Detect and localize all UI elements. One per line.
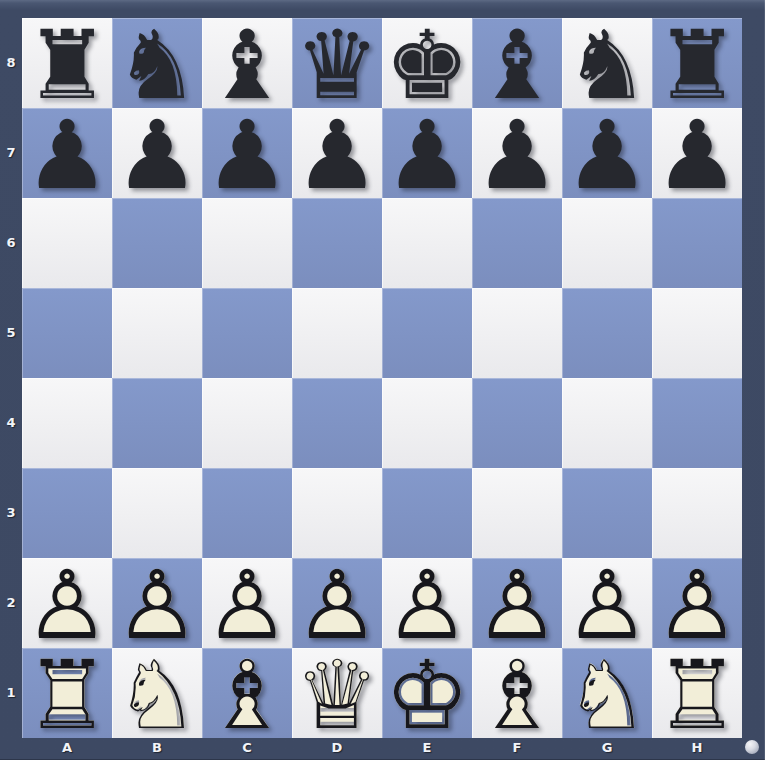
rank-label-8: 8 (0, 18, 22, 108)
piece-black-pawn[interactable]: ♟ (202, 108, 292, 198)
piece-black-pawn[interactable]: ♟ (22, 108, 112, 198)
black-pawn-icon: ♟ (652, 110, 742, 200)
square-d8[interactable]: ♛ (292, 18, 382, 108)
square-c2[interactable]: ♟♙ (202, 558, 292, 648)
square-e5[interactable] (382, 288, 472, 378)
piece-white-bishop[interactable]: ♝♗ (202, 648, 292, 738)
black-pawn-icon: ♟ (562, 110, 652, 200)
square-b4[interactable] (112, 378, 202, 468)
square-b7[interactable]: ♟ (112, 108, 202, 198)
square-b6[interactable] (112, 198, 202, 288)
piece-white-pawn[interactable]: ♟♙ (472, 558, 562, 648)
piece-white-pawn[interactable]: ♟♙ (382, 558, 472, 648)
piece-black-queen[interactable]: ♛ (292, 18, 382, 108)
file-label-d: D (292, 738, 382, 760)
piece-white-pawn[interactable]: ♟♙ (292, 558, 382, 648)
square-a1[interactable]: ♜♖ (22, 648, 112, 738)
square-d3[interactable] (292, 468, 382, 558)
black-pawn-icon: ♟ (112, 110, 202, 200)
white-bishop-outline-icon: ♗ (472, 650, 562, 740)
piece-black-knight[interactable]: ♞ (562, 18, 652, 108)
black-bishop-icon: ♝ (202, 20, 292, 110)
square-c5[interactable] (202, 288, 292, 378)
square-h7[interactable]: ♟ (652, 108, 742, 198)
resize-handle[interactable] (745, 740, 759, 754)
black-queen-icon: ♛ (292, 20, 382, 110)
piece-white-rook[interactable]: ♜♖ (22, 648, 112, 738)
square-g3[interactable] (562, 468, 652, 558)
white-pawn-outline-icon: ♙ (112, 560, 202, 650)
black-pawn-icon: ♟ (202, 110, 292, 200)
piece-white-bishop[interactable]: ♝♗ (472, 648, 562, 738)
square-b1[interactable]: ♞♘ (112, 648, 202, 738)
square-e8[interactable]: ♚ (382, 18, 472, 108)
square-g8[interactable]: ♞ (562, 18, 652, 108)
piece-white-knight[interactable]: ♞♘ (112, 648, 202, 738)
piece-black-pawn[interactable]: ♟ (292, 108, 382, 198)
white-queen-outline-icon: ♕ (292, 650, 382, 740)
piece-white-pawn[interactable]: ♟♙ (652, 558, 742, 648)
square-b5[interactable] (112, 288, 202, 378)
white-pawn-outline-icon: ♙ (202, 560, 292, 650)
file-label-h: H (652, 738, 742, 760)
square-d7[interactable]: ♟ (292, 108, 382, 198)
black-king-icon: ♚ (382, 20, 472, 110)
piece-black-rook[interactable]: ♜ (22, 18, 112, 108)
square-c6[interactable] (202, 198, 292, 288)
square-g2[interactable]: ♟♙ (562, 558, 652, 648)
rank-label-5: 5 (0, 288, 22, 378)
rank-labels: 8 7 6 5 4 3 2 1 (0, 18, 22, 738)
black-knight-icon: ♞ (562, 20, 652, 110)
square-a7[interactable]: ♟ (22, 108, 112, 198)
square-a4[interactable] (22, 378, 112, 468)
file-label-e: E (382, 738, 472, 760)
piece-white-rook[interactable]: ♜♖ (652, 648, 742, 738)
square-e6[interactable] (382, 198, 472, 288)
square-a5[interactable] (22, 288, 112, 378)
black-rook-icon: ♜ (652, 20, 742, 110)
file-labels: A B C D E F G H (22, 738, 742, 760)
black-knight-icon: ♞ (112, 20, 202, 110)
file-label-g: G (562, 738, 652, 760)
square-f1[interactable]: ♝♗ (472, 648, 562, 738)
square-a8[interactable]: ♜ (22, 18, 112, 108)
piece-black-pawn[interactable]: ♟ (652, 108, 742, 198)
square-c7[interactable]: ♟ (202, 108, 292, 198)
square-b2[interactable]: ♟♙ (112, 558, 202, 648)
rank-label-6: 6 (0, 198, 22, 288)
square-c3[interactable] (202, 468, 292, 558)
square-f3[interactable] (472, 468, 562, 558)
piece-black-pawn[interactable]: ♟ (112, 108, 202, 198)
square-e1[interactable]: ♚♔ (382, 648, 472, 738)
black-pawn-icon: ♟ (292, 110, 382, 200)
rank-label-7: 7 (0, 108, 22, 198)
square-f6[interactable] (472, 198, 562, 288)
square-h5[interactable] (652, 288, 742, 378)
square-c8[interactable]: ♝ (202, 18, 292, 108)
piece-black-pawn[interactable]: ♟ (472, 108, 562, 198)
square-a3[interactable] (22, 468, 112, 558)
piece-white-knight[interactable]: ♞♘ (562, 648, 652, 738)
piece-white-pawn[interactable]: ♟♙ (202, 558, 292, 648)
white-king-outline-icon: ♔ (382, 650, 472, 740)
square-a2[interactable]: ♟♙ (22, 558, 112, 648)
white-pawn-outline-icon: ♙ (652, 560, 742, 650)
square-e7[interactable]: ♟ (382, 108, 472, 198)
square-f5[interactable] (472, 288, 562, 378)
square-e2[interactable]: ♟♙ (382, 558, 472, 648)
file-label-c: C (202, 738, 292, 760)
file-label-b: B (112, 738, 202, 760)
square-c4[interactable] (202, 378, 292, 468)
rank-label-3: 3 (0, 468, 22, 558)
black-pawn-icon: ♟ (382, 110, 472, 200)
rank-label-2: 2 (0, 558, 22, 648)
square-h8[interactable]: ♜ (652, 18, 742, 108)
file-label-f: F (472, 738, 562, 760)
square-d6[interactable] (292, 198, 382, 288)
piece-black-king[interactable]: ♚ (382, 18, 472, 108)
black-pawn-icon: ♟ (22, 110, 112, 200)
square-f4[interactable] (472, 378, 562, 468)
square-e4[interactable] (382, 378, 472, 468)
white-knight-outline-icon: ♘ (112, 650, 202, 740)
white-pawn-outline-icon: ♙ (472, 560, 562, 650)
file-label-a: A (22, 738, 112, 760)
white-rook-outline-icon: ♖ (22, 650, 112, 740)
white-bishop-outline-icon: ♗ (202, 650, 292, 740)
white-pawn-outline-icon: ♙ (562, 560, 652, 650)
piece-black-bishop[interactable]: ♝ (202, 18, 292, 108)
square-g5[interactable] (562, 288, 652, 378)
square-a6[interactable] (22, 198, 112, 288)
black-bishop-icon: ♝ (472, 20, 562, 110)
square-b3[interactable] (112, 468, 202, 558)
square-g1[interactable]: ♞♘ (562, 648, 652, 738)
square-g6[interactable] (562, 198, 652, 288)
white-knight-outline-icon: ♘ (562, 650, 652, 740)
piece-white-queen[interactable]: ♛♕ (292, 648, 382, 738)
square-f7[interactable]: ♟ (472, 108, 562, 198)
piece-white-pawn[interactable]: ♟♙ (562, 558, 652, 648)
piece-white-king[interactable]: ♚♔ (382, 648, 472, 738)
piece-black-bishop[interactable]: ♝ (472, 18, 562, 108)
square-h1[interactable]: ♜♖ (652, 648, 742, 738)
square-b8[interactable]: ♞ (112, 18, 202, 108)
square-h4[interactable] (652, 378, 742, 468)
chess-board-frame: 8 7 6 5 4 3 2 1 ♜♞♝♛♚♝♞♜♟♟♟♟♟♟♟♟♟♙♟♙♟♙♟♙… (0, 0, 765, 760)
square-f8[interactable]: ♝ (472, 18, 562, 108)
piece-white-pawn[interactable]: ♟♙ (112, 558, 202, 648)
square-d1[interactable]: ♛♕ (292, 648, 382, 738)
square-d5[interactable] (292, 288, 382, 378)
square-h2[interactable]: ♟♙ (652, 558, 742, 648)
white-rook-outline-icon: ♖ (652, 650, 742, 740)
black-pawn-icon: ♟ (472, 110, 562, 200)
rank-label-4: 4 (0, 378, 22, 468)
piece-black-rook[interactable]: ♜ (652, 18, 742, 108)
square-e3[interactable] (382, 468, 472, 558)
square-g4[interactable] (562, 378, 652, 468)
square-d4[interactable] (292, 378, 382, 468)
rank-label-1: 1 (0, 648, 22, 738)
square-f2[interactable]: ♟♙ (472, 558, 562, 648)
piece-black-pawn[interactable]: ♟ (562, 108, 652, 198)
square-g7[interactable]: ♟ (562, 108, 652, 198)
square-h3[interactable] (652, 468, 742, 558)
white-pawn-outline-icon: ♙ (382, 560, 472, 650)
chess-board[interactable]: ♜♞♝♛♚♝♞♜♟♟♟♟♟♟♟♟♟♙♟♙♟♙♟♙♟♙♟♙♟♙♟♙♜♖♞♘♝♗♛♕… (22, 18, 742, 738)
square-h6[interactable] (652, 198, 742, 288)
square-d2[interactable]: ♟♙ (292, 558, 382, 648)
black-rook-icon: ♜ (22, 20, 112, 110)
piece-black-pawn[interactable]: ♟ (382, 108, 472, 198)
square-c1[interactable]: ♝♗ (202, 648, 292, 738)
piece-white-pawn[interactable]: ♟♙ (22, 558, 112, 648)
white-pawn-outline-icon: ♙ (292, 560, 382, 650)
piece-black-knight[interactable]: ♞ (112, 18, 202, 108)
white-pawn-outline-icon: ♙ (22, 560, 112, 650)
